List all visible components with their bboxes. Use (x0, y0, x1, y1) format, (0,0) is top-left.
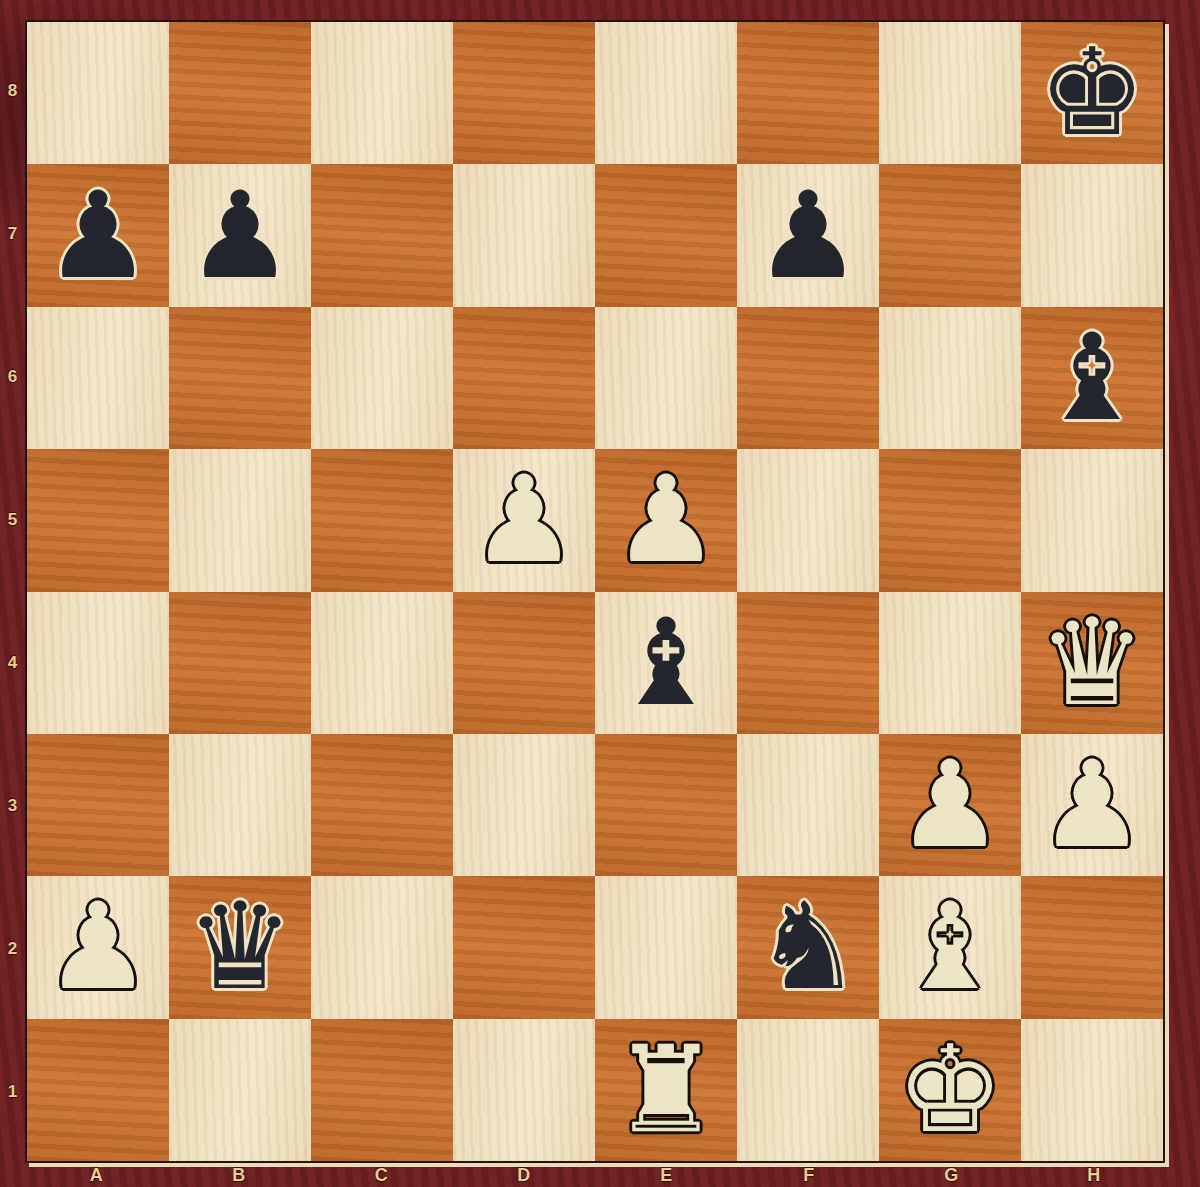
square-f7[interactable] (737, 164, 879, 306)
square-d7[interactable] (453, 164, 595, 306)
square-d8[interactable] (453, 22, 595, 164)
square-b7[interactable] (169, 164, 311, 306)
square-f1[interactable] (737, 1019, 879, 1161)
square-e2[interactable] (595, 876, 737, 1018)
piece-white-rook[interactable] (595, 1019, 737, 1161)
square-g6[interactable] (879, 307, 1021, 449)
piece-white-pawn[interactable] (1021, 734, 1163, 876)
rank-label: 3 (0, 734, 25, 877)
file-labels: ABCDEFGH (25, 1163, 1165, 1187)
rank-label: 7 (0, 163, 25, 306)
piece-black-bishop[interactable] (595, 592, 737, 734)
square-f4[interactable] (737, 592, 879, 734)
square-h4[interactable] (1021, 592, 1163, 734)
file-label: B (168, 1163, 311, 1187)
square-a8[interactable] (27, 22, 169, 164)
square-e6[interactable] (595, 307, 737, 449)
square-c1[interactable] (311, 1019, 453, 1161)
piece-white-pawn[interactable] (595, 449, 737, 591)
rank-label: 8 (0, 20, 25, 163)
piece-white-pawn[interactable] (27, 876, 169, 1018)
square-h5[interactable] (1021, 449, 1163, 591)
piece-white-bishop[interactable] (879, 876, 1021, 1018)
square-e8[interactable] (595, 22, 737, 164)
square-g8[interactable] (879, 22, 1021, 164)
square-b2[interactable] (169, 876, 311, 1018)
square-c6[interactable] (311, 307, 453, 449)
square-c5[interactable] (311, 449, 453, 591)
square-b8[interactable] (169, 22, 311, 164)
piece-black-pawn[interactable] (27, 164, 169, 306)
square-h3[interactable] (1021, 734, 1163, 876)
square-g4[interactable] (879, 592, 1021, 734)
square-a7[interactable] (27, 164, 169, 306)
square-a2[interactable] (27, 876, 169, 1018)
square-h6[interactable] (1021, 307, 1163, 449)
square-g1[interactable] (879, 1019, 1021, 1161)
rank-label: 1 (0, 1020, 25, 1163)
square-b1[interactable] (169, 1019, 311, 1161)
file-label: H (1023, 1163, 1166, 1187)
file-label: A (25, 1163, 168, 1187)
file-label: C (310, 1163, 453, 1187)
piece-white-pawn[interactable] (453, 449, 595, 591)
square-g7[interactable] (879, 164, 1021, 306)
piece-black-king[interactable] (1021, 22, 1163, 164)
square-e1[interactable] (595, 1019, 737, 1161)
square-c8[interactable] (311, 22, 453, 164)
chessboard: 87654321 ABCDEFGH (0, 0, 1200, 1187)
square-a3[interactable] (27, 734, 169, 876)
square-d3[interactable] (453, 734, 595, 876)
board-squares (25, 20, 1165, 1163)
square-c2[interactable] (311, 876, 453, 1018)
square-a4[interactable] (27, 592, 169, 734)
piece-black-bishop[interactable] (1021, 307, 1163, 449)
square-d5[interactable] (453, 449, 595, 591)
piece-white-king[interactable] (879, 1019, 1021, 1161)
square-d4[interactable] (453, 592, 595, 734)
square-h7[interactable] (1021, 164, 1163, 306)
square-c4[interactable] (311, 592, 453, 734)
piece-black-pawn[interactable] (169, 164, 311, 306)
square-h2[interactable] (1021, 876, 1163, 1018)
square-d1[interactable] (453, 1019, 595, 1161)
square-f5[interactable] (737, 449, 879, 591)
square-f6[interactable] (737, 307, 879, 449)
piece-black-pawn[interactable] (737, 164, 879, 306)
piece-white-queen[interactable] (1021, 592, 1163, 734)
square-c3[interactable] (311, 734, 453, 876)
square-f8[interactable] (737, 22, 879, 164)
rank-label: 6 (0, 306, 25, 449)
square-d6[interactable] (453, 307, 595, 449)
square-a1[interactable] (27, 1019, 169, 1161)
square-e4[interactable] (595, 592, 737, 734)
rank-label: 2 (0, 877, 25, 1020)
square-e5[interactable] (595, 449, 737, 591)
rank-label: 4 (0, 592, 25, 735)
rank-label: 5 (0, 449, 25, 592)
piece-black-knight[interactable] (737, 876, 879, 1018)
square-b5[interactable] (169, 449, 311, 591)
square-e3[interactable] (595, 734, 737, 876)
square-h1[interactable] (1021, 1019, 1163, 1161)
square-c7[interactable] (311, 164, 453, 306)
square-a6[interactable] (27, 307, 169, 449)
file-label: D (453, 1163, 596, 1187)
square-e7[interactable] (595, 164, 737, 306)
square-b3[interactable] (169, 734, 311, 876)
square-h8[interactable] (1021, 22, 1163, 164)
square-g3[interactable] (879, 734, 1021, 876)
square-g2[interactable] (879, 876, 1021, 1018)
square-a5[interactable] (27, 449, 169, 591)
square-b6[interactable] (169, 307, 311, 449)
square-f2[interactable] (737, 876, 879, 1018)
square-g5[interactable] (879, 449, 1021, 591)
file-label: E (595, 1163, 738, 1187)
square-f3[interactable] (737, 734, 879, 876)
rank-labels: 87654321 (0, 20, 25, 1163)
square-d2[interactable] (453, 876, 595, 1018)
file-label: F (738, 1163, 881, 1187)
file-label: G (880, 1163, 1023, 1187)
square-b4[interactable] (169, 592, 311, 734)
piece-black-queen[interactable] (169, 876, 311, 1018)
piece-white-pawn[interactable] (879, 734, 1021, 876)
